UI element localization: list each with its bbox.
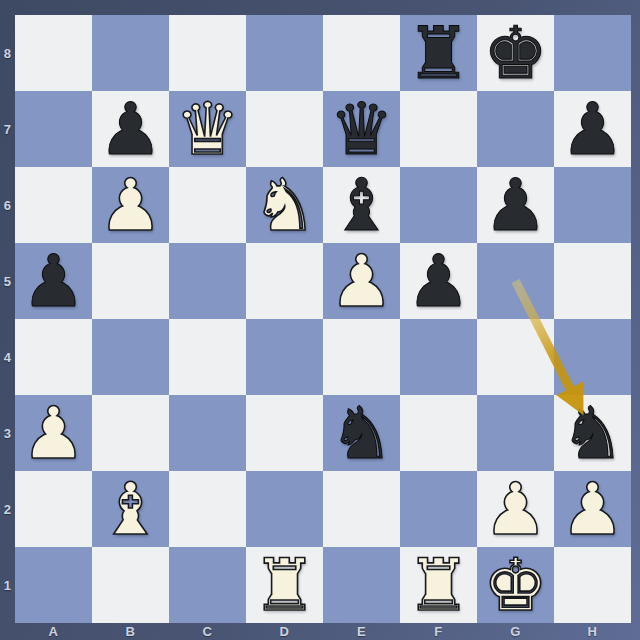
white-rook-icon: ♜ bbox=[252, 547, 317, 623]
rank-label-1: 1 bbox=[0, 547, 15, 623]
square-g6[interactable]: ♟ bbox=[477, 167, 554, 243]
square-d7[interactable] bbox=[246, 91, 323, 167]
square-e2[interactable] bbox=[323, 471, 400, 547]
square-b2[interactable]: ♝ bbox=[92, 471, 169, 547]
black-king-icon: ♚ bbox=[483, 15, 548, 91]
square-d8[interactable] bbox=[246, 15, 323, 91]
square-e6[interactable]: ♝ bbox=[323, 167, 400, 243]
square-h8[interactable] bbox=[554, 15, 631, 91]
square-d3[interactable] bbox=[246, 395, 323, 471]
square-a3[interactable]: ♟ bbox=[15, 395, 92, 471]
square-f4[interactable] bbox=[400, 319, 477, 395]
file-label-f: F bbox=[400, 623, 477, 640]
square-c6[interactable] bbox=[169, 167, 246, 243]
white-pawn-icon: ♟ bbox=[560, 471, 625, 547]
rank-label-4: 4 bbox=[0, 319, 15, 395]
square-h7[interactable]: ♟ bbox=[554, 91, 631, 167]
square-a5[interactable]: ♟ bbox=[15, 243, 92, 319]
square-f1[interactable]: ♜ bbox=[400, 547, 477, 623]
square-f8[interactable]: ♜ bbox=[400, 15, 477, 91]
file-label-d: D bbox=[246, 623, 323, 640]
square-f3[interactable] bbox=[400, 395, 477, 471]
square-d5[interactable] bbox=[246, 243, 323, 319]
square-c4[interactable] bbox=[169, 319, 246, 395]
file-label-c: C bbox=[169, 623, 246, 640]
white-king-icon: ♚ bbox=[483, 547, 548, 623]
file-label-a: A bbox=[15, 623, 92, 640]
square-d2[interactable] bbox=[246, 471, 323, 547]
file-labels: ABCDEFGH bbox=[15, 623, 631, 640]
square-e8[interactable] bbox=[323, 15, 400, 91]
square-g8[interactable]: ♚ bbox=[477, 15, 554, 91]
square-e3[interactable]: ♞ bbox=[323, 395, 400, 471]
white-knight-icon: ♞ bbox=[252, 167, 317, 243]
square-e4[interactable] bbox=[323, 319, 400, 395]
rank-label-6: 6 bbox=[0, 167, 15, 243]
square-f6[interactable] bbox=[400, 167, 477, 243]
square-c3[interactable] bbox=[169, 395, 246, 471]
square-b1[interactable] bbox=[92, 547, 169, 623]
square-g7[interactable] bbox=[477, 91, 554, 167]
black-pawn-icon: ♟ bbox=[483, 167, 548, 243]
white-queen-icon: ♛ bbox=[175, 91, 240, 167]
square-a6[interactable] bbox=[15, 167, 92, 243]
black-pawn-icon: ♟ bbox=[560, 91, 625, 167]
square-a4[interactable] bbox=[15, 319, 92, 395]
file-label-e: E bbox=[323, 623, 400, 640]
rank-labels: 87654321 bbox=[0, 15, 15, 623]
file-label-b: B bbox=[92, 623, 169, 640]
square-g4[interactable] bbox=[477, 319, 554, 395]
white-pawn-icon: ♟ bbox=[329, 243, 394, 319]
square-a8[interactable] bbox=[15, 15, 92, 91]
white-pawn-icon: ♟ bbox=[483, 471, 548, 547]
square-g5[interactable] bbox=[477, 243, 554, 319]
black-pawn-icon: ♟ bbox=[21, 243, 86, 319]
square-f5[interactable]: ♟ bbox=[400, 243, 477, 319]
white-pawn-icon: ♟ bbox=[98, 167, 163, 243]
rank-label-2: 2 bbox=[0, 471, 15, 547]
square-h3[interactable]: ♞ bbox=[554, 395, 631, 471]
white-bishop-icon: ♝ bbox=[98, 471, 163, 547]
square-g2[interactable]: ♟ bbox=[477, 471, 554, 547]
square-c2[interactable] bbox=[169, 471, 246, 547]
square-e1[interactable] bbox=[323, 547, 400, 623]
square-c8[interactable] bbox=[169, 15, 246, 91]
square-g3[interactable] bbox=[477, 395, 554, 471]
chess-board: ♜♚♟♛♛♟♟♞♝♟♟♟♟♟♞♞♝♟♟♜♜♚ bbox=[15, 15, 631, 623]
file-label-h: H bbox=[554, 623, 631, 640]
black-rook-icon: ♜ bbox=[406, 15, 471, 91]
rank-label-3: 3 bbox=[0, 395, 15, 471]
white-rook-icon: ♜ bbox=[406, 547, 471, 623]
black-pawn-icon: ♟ bbox=[406, 243, 471, 319]
square-b4[interactable] bbox=[92, 319, 169, 395]
square-h4[interactable] bbox=[554, 319, 631, 395]
square-a2[interactable] bbox=[15, 471, 92, 547]
square-h6[interactable] bbox=[554, 167, 631, 243]
square-h1[interactable] bbox=[554, 547, 631, 623]
black-knight-icon: ♞ bbox=[329, 395, 394, 471]
square-b7[interactable]: ♟ bbox=[92, 91, 169, 167]
square-b8[interactable] bbox=[92, 15, 169, 91]
square-b3[interactable] bbox=[92, 395, 169, 471]
square-a1[interactable] bbox=[15, 547, 92, 623]
square-b6[interactable]: ♟ bbox=[92, 167, 169, 243]
black-queen-icon: ♛ bbox=[329, 91, 394, 167]
square-d4[interactable] bbox=[246, 319, 323, 395]
file-label-g: G bbox=[477, 623, 554, 640]
square-d6[interactable]: ♞ bbox=[246, 167, 323, 243]
square-c5[interactable] bbox=[169, 243, 246, 319]
rank-label-8: 8 bbox=[0, 15, 15, 91]
square-f2[interactable] bbox=[400, 471, 477, 547]
square-f7[interactable] bbox=[400, 91, 477, 167]
rank-label-7: 7 bbox=[0, 91, 15, 167]
square-c7[interactable]: ♛ bbox=[169, 91, 246, 167]
chess-diagram: 87654321 ♜♚♟♛♛♟♟♞♝♟♟♟♟♟♞♞♝♟♟♜♜♚ ABCDEFGH bbox=[0, 0, 640, 640]
rank-label-5: 5 bbox=[0, 243, 15, 319]
square-g1[interactable]: ♚ bbox=[477, 547, 554, 623]
square-h2[interactable]: ♟ bbox=[554, 471, 631, 547]
square-e5[interactable]: ♟ bbox=[323, 243, 400, 319]
square-h5[interactable] bbox=[554, 243, 631, 319]
square-c1[interactable] bbox=[169, 547, 246, 623]
square-d1[interactable]: ♜ bbox=[246, 547, 323, 623]
square-e7[interactable]: ♛ bbox=[323, 91, 400, 167]
square-b5[interactable] bbox=[92, 243, 169, 319]
black-pawn-icon: ♟ bbox=[98, 91, 163, 167]
black-knight-icon: ♞ bbox=[560, 395, 625, 471]
square-a7[interactable] bbox=[15, 91, 92, 167]
black-bishop-icon: ♝ bbox=[329, 167, 394, 243]
white-pawn-icon: ♟ bbox=[21, 395, 86, 471]
